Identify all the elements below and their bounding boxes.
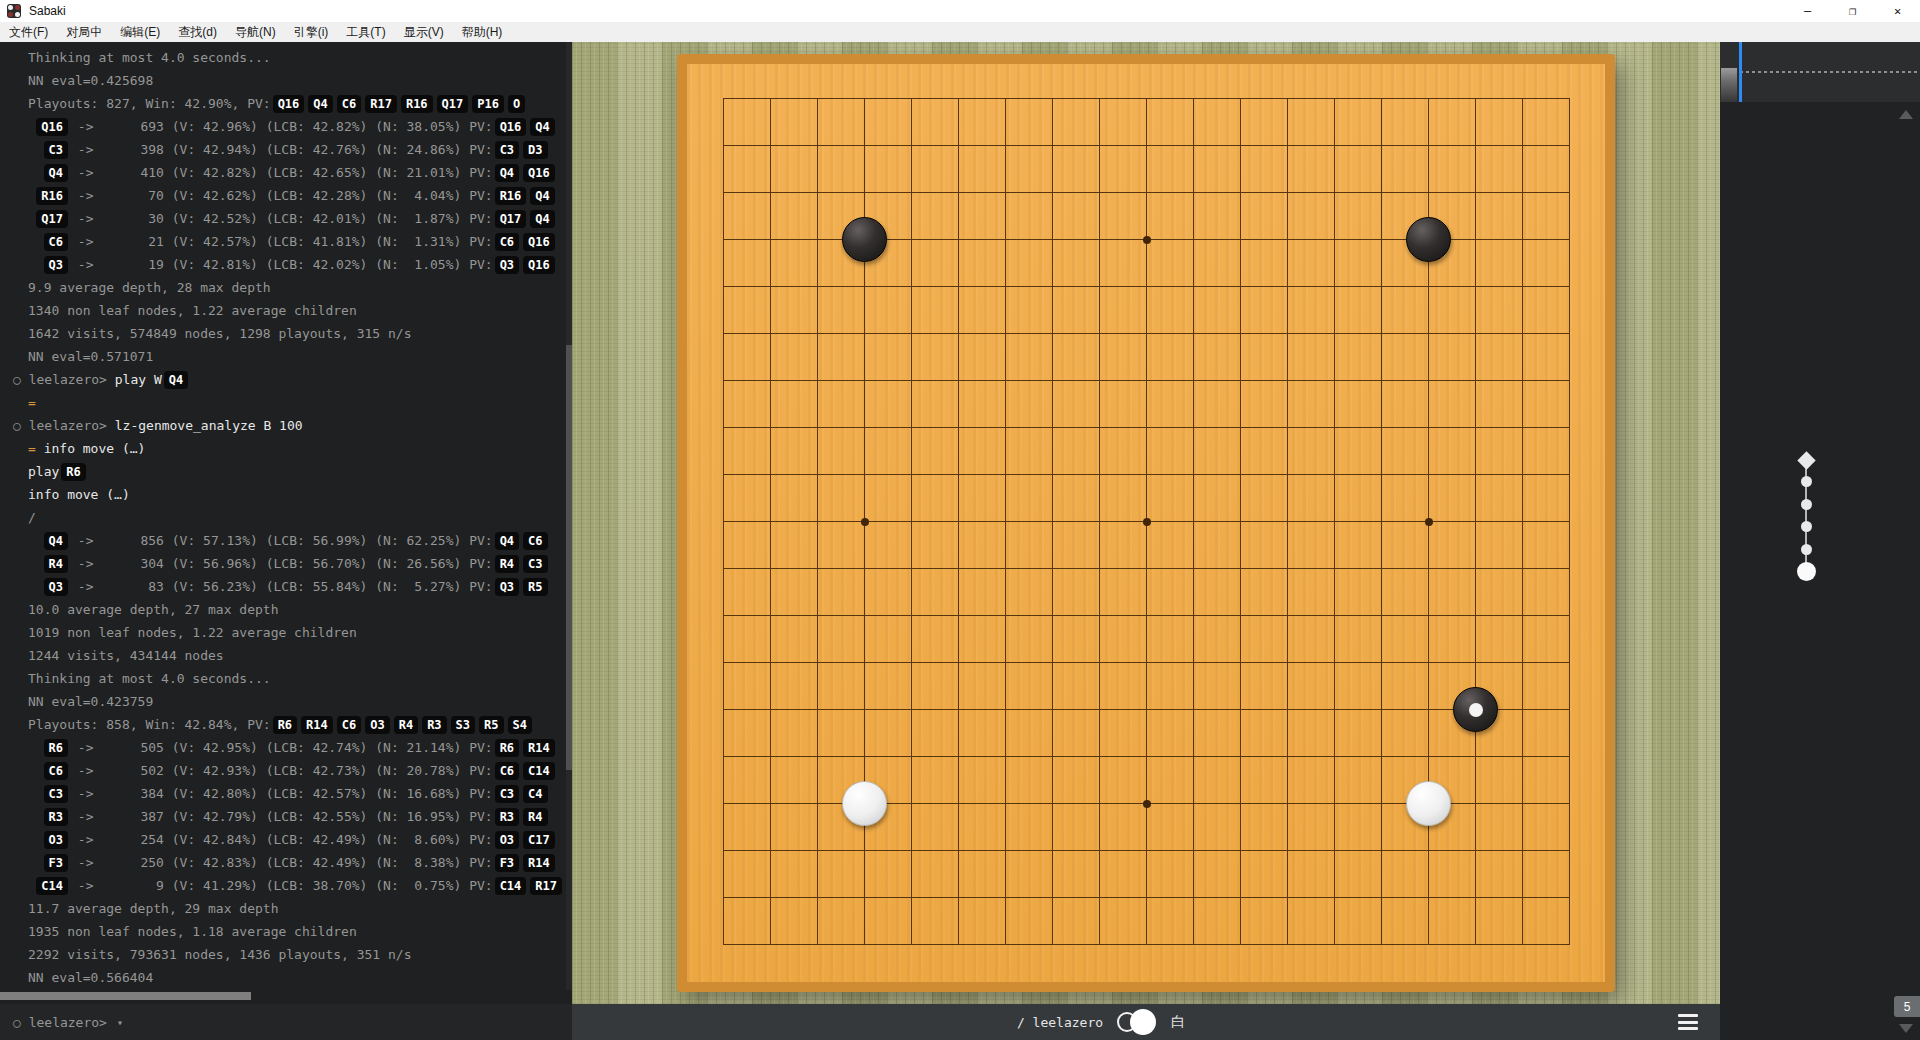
console-text: 1244 visits, 434144 nodes <box>28 648 224 663</box>
console-text: -> 304 (V: 56.96%) (LCB: 56.70%) (N: 26.… <box>70 556 493 571</box>
player-color-toggle[interactable] <box>1117 1009 1157 1035</box>
console-line: Thinking at most 4.0 seconds... <box>0 667 572 690</box>
tree-move-node-5[interactable] <box>1797 562 1816 581</box>
console-line: NN eval=0.571071 <box>0 345 572 368</box>
winrate-50-percent-line <box>1722 71 1920 73</box>
move-badge[interactable]: R3 <box>495 808 519 826</box>
restore-button[interactable]: ❐ <box>1830 0 1875 22</box>
window-title: Sabaki <box>29 4 66 18</box>
move-badge[interactable]: Q4 <box>495 164 519 182</box>
console-text: -> 21 (V: 42.57%) (LCB: 41.81%) (N: 1.31… <box>70 234 493 249</box>
console-line: playR6 <box>0 460 572 483</box>
move-badge[interactable]: Q17 <box>437 95 469 113</box>
move-badge[interactable]: Q4 <box>530 210 554 228</box>
move-badge[interactable]: D3 <box>523 141 547 159</box>
console-line: ○ leelazero> play WQ4 <box>0 368 572 391</box>
console-line: Q3 -> 83 (V: 56.23%) (LCB: 55.84%) (N: 5… <box>0 575 572 598</box>
console-line: R4 -> 304 (V: 56.96%) (LCB: 56.70%) (N: … <box>0 552 572 575</box>
engine-status-icon: ○ <box>13 1015 21 1030</box>
move-badge[interactable]: Q4 <box>495 532 519 550</box>
console-line: Q17 -> 30 (V: 42.52%) (LCB: 42.01%) (N: … <box>0 207 572 230</box>
star-point <box>1143 236 1151 244</box>
console-text: -> 384 (V: 42.80%) (LCB: 42.57%) (N: 16.… <box>70 786 493 801</box>
white-stone-D4[interactable]: ○ <box>842 781 887 826</box>
white-stone-glyph: ○ <box>1416 781 1440 826</box>
console-text: leelazero> <box>21 372 115 387</box>
move-badge[interactable]: C3 <box>523 555 547 573</box>
console-line: C3 -> 384 (V: 42.80%) (LCB: 42.57%) (N: … <box>0 782 572 805</box>
console-text: leelazero> <box>21 418 115 433</box>
console-text: -> 502 (V: 42.93%) (LCB: 42.73%) (N: 20.… <box>70 763 493 778</box>
move-badge[interactable]: S4 <box>508 716 532 734</box>
console-text: NN eval=0.571071 <box>28 349 153 364</box>
move-badge[interactable]: Q17 <box>36 210 68 228</box>
move-badge[interactable]: Q3 <box>495 256 519 274</box>
black-stone-Q16[interactable]: ● <box>1406 217 1451 262</box>
black-stone-D16[interactable]: ● <box>842 217 887 262</box>
console-line: 2292 visits, 793631 nodes, 1436 playouts… <box>0 943 572 966</box>
move-badge[interactable]: Q16 <box>36 118 68 136</box>
star-point <box>1143 518 1151 526</box>
tree-move-node-3[interactable] <box>1801 521 1812 532</box>
black-stone-R6[interactable]: ● <box>1453 687 1498 732</box>
move-badge[interactable]: R6 <box>273 716 297 734</box>
console-text: -> 83 (V: 56.23%) (LCB: 55.84%) (N: 5.27… <box>70 579 493 594</box>
engine-status-icon: ○ <box>13 418 21 433</box>
move-badge[interactable]: Q4 <box>44 164 68 182</box>
menu-hamburger-icon[interactable] <box>1678 1014 1698 1030</box>
menu-item[interactable]: 查找(d) <box>169 22 226 43</box>
go-board[interactable]: ●●●○○ <box>677 54 1615 992</box>
move-badge[interactable]: R4 <box>394 716 418 734</box>
winrate-graph[interactable] <box>1720 42 1920 102</box>
menu-item[interactable]: 显示(V) <box>395 22 453 43</box>
tree-root-node[interactable] <box>1797 451 1815 469</box>
move-badge[interactable]: R16 <box>401 95 433 113</box>
console-line: 1019 non leaf nodes, 1.22 average childr… <box>0 621 572 644</box>
console-text: -> 398 (V: 42.94%) (LCB: 42.76%) (N: 24.… <box>70 142 493 157</box>
move-badge[interactable]: O3 <box>495 831 519 849</box>
move-badge[interactable]: F3 <box>495 854 519 872</box>
console-text: info move (…) <box>36 441 146 456</box>
console-text: -> 387 (V: 42.79%) (LCB: 42.55%) (N: 16.… <box>70 809 493 824</box>
console-line: C6 -> 502 (V: 42.93%) (LCB: 42.73%) (N: … <box>0 759 572 782</box>
move-badge[interactable]: Q16 <box>273 95 305 113</box>
move-badge[interactable]: C17 <box>523 831 555 849</box>
console-text: -> 856 (V: 57.13%) (LCB: 56.99%) (N: 62.… <box>70 533 493 548</box>
console-line: Thinking at most 4.0 seconds... <box>0 46 572 69</box>
console-line: R3 -> 387 (V: 42.79%) (LCB: 42.55%) (N: … <box>0 805 572 828</box>
console-text: -> 693 (V: 42.96%) (LCB: 42.82%) (N: 38.… <box>70 119 493 134</box>
move-badge[interactable]: Q4 <box>164 371 188 389</box>
console-line: 11.7 average depth, 29 max depth <box>0 897 572 920</box>
move-badge[interactable]: C3 <box>495 785 519 803</box>
menu-item[interactable]: 对局中 <box>57 22 111 43</box>
console-line: Q4 -> 856 (V: 57.13%) (LCB: 56.99%) (N: … <box>0 529 572 552</box>
console-line: NN eval=0.423759 <box>0 690 572 713</box>
console-line: Q4 -> 410 (V: 42.82%) (LCB: 42.65%) (N: … <box>0 161 572 184</box>
move-badge[interactable]: Q16 <box>523 256 555 274</box>
console-text: NN eval=0.425698 <box>28 73 153 88</box>
engine-name-label: / leelazero <box>1017 1015 1103 1030</box>
move-badge[interactable]: C14 <box>523 762 555 780</box>
move-badge[interactable]: O <box>508 95 525 113</box>
menu-item[interactable]: 文件(F) <box>0 22 57 43</box>
tree-move-node-4[interactable] <box>1801 544 1812 555</box>
move-badge[interactable]: R17 <box>365 95 397 113</box>
move-badge[interactable]: R5 <box>523 578 547 596</box>
move-badge[interactable]: C6 <box>44 762 68 780</box>
winrate-graph-cursor[interactable] <box>1739 42 1742 102</box>
menu-item[interactable]: 帮助(H) <box>453 22 512 43</box>
tree-scroll-up-icon[interactable] <box>1899 110 1913 119</box>
move-badge[interactable]: C4 <box>523 785 547 803</box>
console-log: Thinking at most 4.0 seconds...NN eval=0… <box>0 42 572 990</box>
console-line: R6 -> 505 (V: 42.95%) (LCB: 42.74%) (N: … <box>0 736 572 759</box>
move-badge[interactable]: Q16 <box>523 164 555 182</box>
console-text: 9.9 average depth, 28 max depth <box>28 280 271 295</box>
console-line: Playouts: 827, Win: 42.90%, PV:Q16Q4C6R1… <box>0 92 572 115</box>
console-line: / <box>0 506 572 529</box>
move-badge[interactable]: R14 <box>523 739 555 757</box>
move-badge[interactable]: R14 <box>301 716 333 734</box>
console-text: Thinking at most 4.0 seconds... <box>28 50 271 65</box>
current-player-label: 白 <box>1171 1013 1185 1031</box>
move-badge[interactable]: R3 <box>44 808 68 826</box>
console-line: Playouts: 858, Win: 42.84%, PV:R6R14C6O3… <box>0 713 572 736</box>
console-text: lz-genmove_analyze B 100 <box>115 418 303 433</box>
move-badge[interactable]: C6 <box>495 762 519 780</box>
console-line: 1935 non leaf nodes, 1.18 average childr… <box>0 920 572 943</box>
move-badge[interactable]: C3 <box>44 785 68 803</box>
console-text: NN eval=0.423759 <box>28 694 153 709</box>
move-badge[interactable]: R6 <box>61 463 85 481</box>
move-badge[interactable]: C14 <box>36 877 68 895</box>
menu-bar: 文件(F)对局中编辑(E)查找(d)导航(N)引擎(i)工具(T)显示(V)帮助… <box>0 22 1920 42</box>
console-line: ○ leelazero> lz-genmove_analyze B 100 <box>0 414 572 437</box>
move-badge[interactable]: R5 <box>479 716 503 734</box>
console-text: play <box>28 464 59 479</box>
move-badge[interactable]: S3 <box>451 716 475 734</box>
console-text: play W <box>115 372 162 387</box>
console-line: NN eval=0.566404 <box>0 966 572 989</box>
move-badge[interactable]: Q3 <box>495 578 519 596</box>
console-text: Playouts: 858, Win: 42.84%, PV: <box>28 717 271 732</box>
star-point <box>1143 800 1151 808</box>
move-badge[interactable]: O3 <box>365 716 389 734</box>
sabaki-app-icon <box>7 4 21 18</box>
white-stone-glyph: ○ <box>852 781 876 826</box>
console-line: Q16 -> 693 (V: 42.96%) (LCB: 42.82%) (N:… <box>0 115 572 138</box>
move-badge[interactable]: R4 <box>44 555 68 573</box>
console-line: info move (…) <box>0 483 572 506</box>
console-line: NN eval=0.425698 <box>0 69 572 92</box>
console-line: C14 -> 9 (V: 41.29%) (LCB: 38.70%) (N: 0… <box>0 874 572 897</box>
move-badge[interactable]: C6 <box>44 233 68 251</box>
star-point <box>1425 518 1433 526</box>
menu-item[interactable]: 工具(T) <box>337 22 394 43</box>
console-text: -> 250 (V: 42.83%) (LCB: 42.49%) (N: 8.3… <box>70 855 493 870</box>
white-stone-icon <box>1130 1009 1156 1035</box>
menu-item[interactable]: 引擎(i) <box>285 22 338 43</box>
menu-item[interactable]: 编辑(E) <box>111 22 169 43</box>
move-badge[interactable]: O3 <box>44 831 68 849</box>
console-text: 1935 non leaf nodes, 1.18 average childr… <box>28 924 357 939</box>
tree-move-node-2[interactable] <box>1801 499 1812 510</box>
move-badge[interactable]: Q3 <box>44 256 68 274</box>
console-line: C6 -> 21 (V: 42.57%) (LCB: 41.81%) (N: 1… <box>0 230 572 253</box>
move-badge[interactable]: C6 <box>337 95 361 113</box>
console-text: 1642 visits, 574849 nodes, 1298 playouts… <box>28 326 412 341</box>
board-background-tatami: ●●●○○ <box>572 42 1720 1004</box>
console-line: 1244 visits, 434144 nodes <box>0 644 572 667</box>
gtp-console-panel: Thinking at most 4.0 seconds...NN eval=0… <box>0 42 572 1040</box>
move-badge[interactable]: C3 <box>44 141 68 159</box>
console-line: = <box>0 391 572 414</box>
console-text: -> 9 (V: 41.29%) (LCB: 38.70%) (N: 0.75%… <box>70 878 493 893</box>
winrate-graph-area <box>1721 68 1737 102</box>
move-badge[interactable]: Q4 <box>44 532 68 550</box>
console-text: / <box>28 510 36 525</box>
move-badge[interactable]: Q3 <box>44 578 68 596</box>
console-text: NN eval=0.566404 <box>28 970 153 985</box>
close-button[interactable]: ✕ <box>1875 0 1920 22</box>
console-line: C3 -> 398 (V: 42.94%) (LCB: 42.76%) (N: … <box>0 138 572 161</box>
move-badge[interactable]: R4 <box>495 555 519 573</box>
autocomplete-caret-icon[interactable]: ▾ <box>117 1017 123 1028</box>
star-point <box>861 518 869 526</box>
console-text: 2292 visits, 793631 nodes, 1436 playouts… <box>28 947 412 962</box>
console-text: Playouts: 827, Win: 42.90%, PV: <box>28 96 271 111</box>
console-line: O3 -> 254 (V: 42.84%) (LCB: 42.49%) (N: … <box>0 828 572 851</box>
side-panel: 5 <box>1720 42 1920 1040</box>
console-line: F3 -> 250 (V: 42.83%) (LCB: 42.49%) (N: … <box>0 851 572 874</box>
move-badge[interactable]: R17 <box>530 877 562 895</box>
console-line: 9.9 average depth, 28 max depth <box>0 276 572 299</box>
move-number-badge: 5 <box>1894 996 1920 1017</box>
move-badge[interactable]: R16 <box>495 187 527 205</box>
console-text: 1340 non leaf nodes, 1.22 average childr… <box>28 303 357 318</box>
console-text: -> 254 (V: 42.84%) (LCB: 42.49%) (N: 8.6… <box>70 832 493 847</box>
title-bar: Sabaki – ❐ ✕ <box>0 0 1920 22</box>
move-badge[interactable]: R6 <box>495 739 519 757</box>
console-text: -> 30 (V: 42.52%) (LCB: 42.01%) (N: 1.87… <box>70 211 493 226</box>
move-badge[interactable]: C6 <box>523 532 547 550</box>
console-text: = <box>28 395 36 410</box>
move-badge[interactable]: Q4 <box>530 118 554 136</box>
board-grid: ●●●○○ <box>700 75 1593 968</box>
console-text: -> 70 (V: 42.62%) (LCB: 42.28%) (N: 4.04… <box>70 188 493 203</box>
engine-status-icon: ○ <box>13 372 21 387</box>
console-text: -> 410 (V: 42.82%) (LCB: 42.65%) (N: 21.… <box>70 165 493 180</box>
move-badge[interactable]: C3 <box>495 141 519 159</box>
move-badge[interactable]: Q16 <box>523 233 555 251</box>
tree-scroll-down-icon[interactable] <box>1899 1024 1913 1033</box>
console-line: 1340 non leaf nodes, 1.22 average childr… <box>0 299 572 322</box>
console-line: R16 -> 70 (V: 42.62%) (LCB: 42.28%) (N: … <box>0 184 572 207</box>
move-badge[interactable]: Q16 <box>495 118 527 136</box>
move-badge[interactable]: C6 <box>495 233 519 251</box>
move-badge[interactable]: P16 <box>472 95 504 113</box>
last-move-marker <box>1469 703 1483 717</box>
black-stone-glyph: ● <box>852 217 876 262</box>
black-stone-glyph: ● <box>1416 217 1440 262</box>
move-badge[interactable]: C14 <box>495 877 527 895</box>
bottom-bar: / leelazero 白 <box>572 1004 1720 1040</box>
console-input-bar[interactable]: ○ leelazero> ▾ <box>0 1004 572 1040</box>
console-text: Thinking at most 4.0 seconds... <box>28 671 271 686</box>
console-text: -> 505 (V: 42.95%) (LCB: 42.74%) (N: 21.… <box>70 740 493 755</box>
move-badge[interactable]: R4 <box>523 808 547 826</box>
console-text: info move (…) <box>28 487 130 502</box>
minimize-button[interactable]: – <box>1785 0 1830 22</box>
window-controls: – ❐ ✕ <box>1785 0 1920 22</box>
move-badge[interactable]: Q4 <box>530 187 554 205</box>
console-line: Q3 -> 19 (V: 42.81%) (LCB: 42.02%) (N: 1… <box>0 253 572 276</box>
console-prompt-label: leelazero> <box>29 1015 107 1030</box>
move-badge[interactable]: C6 <box>337 716 361 734</box>
console-line: = info move (…) <box>0 437 572 460</box>
move-badge[interactable]: Q4 <box>308 95 332 113</box>
console-horizontal-scrollbar[interactable] <box>0 992 251 1000</box>
move-badge[interactable]: R14 <box>523 854 555 872</box>
console-prompt <box>21 1015 29 1030</box>
tree-move-node-1[interactable] <box>1801 476 1812 487</box>
console-text: = <box>28 441 36 456</box>
console-text: -> 19 (V: 42.81%) (LCB: 42.02%) (N: 1.05… <box>70 257 493 272</box>
move-badge[interactable]: F3 <box>44 854 68 872</box>
move-badge[interactable]: R16 <box>36 187 68 205</box>
move-badge[interactable]: R3 <box>422 716 446 734</box>
move-badge[interactable]: R6 <box>44 739 68 757</box>
move-badge[interactable]: Q17 <box>495 210 527 228</box>
white-stone-Q4[interactable]: ○ <box>1406 781 1451 826</box>
console-line: 1642 visits, 574849 nodes, 1298 playouts… <box>0 322 572 345</box>
console-text: 1019 non leaf nodes, 1.22 average childr… <box>28 625 357 640</box>
menu-item[interactable]: 导航(N) <box>226 22 285 43</box>
console-line: 10.0 average depth, 27 max depth <box>0 598 572 621</box>
console-text: 10.0 average depth, 27 max depth <box>28 602 278 617</box>
console-text: 11.7 average depth, 29 max depth <box>28 901 278 916</box>
